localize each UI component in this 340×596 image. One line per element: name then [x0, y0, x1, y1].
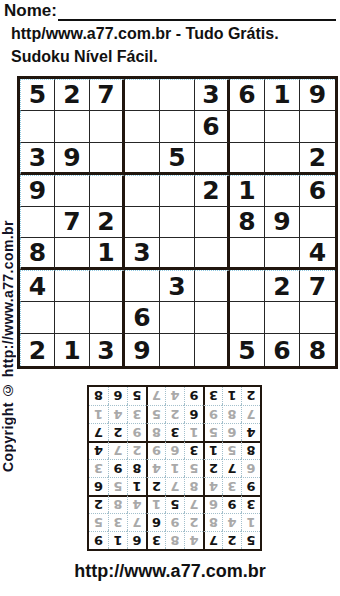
cell-r9c2[interactable]: 1 [55, 334, 90, 366]
solution-cell-r1c6: 3 [146, 531, 165, 549]
cell-r4c7[interactable]: 1 [230, 175, 265, 207]
cell-r4c4[interactable] [125, 175, 160, 207]
cell-r9c4[interactable]: 9 [125, 334, 160, 366]
cell-r6c9[interactable]: 4 [300, 238, 335, 270]
footer-url: http://www.a77.com.br [0, 561, 340, 582]
solution-cell-r7c8: 2 [108, 423, 127, 441]
cell-r3c3[interactable] [90, 143, 125, 175]
cell-r6c2[interactable] [55, 238, 90, 270]
solution-cell-r7c7: 9 [127, 423, 146, 441]
solution-cell-r8c2: 8 [222, 405, 241, 423]
solution-cell-r5c2: 7 [222, 459, 241, 477]
cell-r3c2[interactable]: 9 [55, 143, 90, 175]
cell-r5c8[interactable]: 9 [265, 207, 300, 239]
cell-r7c1[interactable]: 4 [20, 270, 55, 302]
solution-cell-r3c6: 1 [146, 495, 165, 513]
solution-cell-r1c1: 5 [241, 531, 260, 549]
cell-r8c9[interactable] [300, 302, 335, 334]
solution-cell-r7c2: 6 [222, 423, 241, 441]
solution-cell-r8c3: 9 [203, 405, 222, 423]
solution-cell-r9c9: 8 [89, 387, 108, 405]
solution-cell-r5c1: 6 [241, 459, 260, 477]
cell-r2c4[interactable] [125, 111, 160, 143]
solution-cell-r7c9: 7 [89, 423, 108, 441]
solution-cell-r2c8: 3 [108, 513, 127, 531]
difficulty-label: Sudoku Nível Fácil. [11, 48, 158, 66]
solution-cell-r1c5: 8 [165, 531, 184, 549]
solution-cell-r9c4: 9 [184, 387, 203, 405]
solution-cell-r9c7: 5 [127, 387, 146, 405]
cell-r3c8[interactable] [265, 143, 300, 175]
solution-cell-r8c1: 7 [241, 405, 260, 423]
solution-cell-r1c9: 9 [89, 531, 108, 549]
cell-r8c3[interactable] [90, 302, 125, 334]
solution-cell-r3c9: 2 [89, 495, 108, 513]
solution-cell-r7c5: 3 [165, 423, 184, 441]
solution-cell-r2c4: 2 [184, 513, 203, 531]
cell-r6c3[interactable]: 1 [90, 238, 125, 270]
solution-cell-r4c6: 2 [146, 477, 165, 495]
main-grid: 527361963952921672898134432762139568 [17, 76, 338, 369]
cell-r6c5[interactable] [160, 238, 195, 270]
solution-grid: 5274836191482967353967514829348721566725… [87, 385, 262, 551]
cell-r4c5[interactable] [160, 175, 195, 207]
cell-r7c3[interactable] [90, 270, 125, 302]
cell-r6c6[interactable] [195, 238, 230, 270]
solution-cell-r4c7: 1 [127, 477, 146, 495]
cell-r9c6[interactable] [195, 334, 230, 366]
solution-cell-r1c2: 2 [222, 531, 241, 549]
cell-r4c6[interactable]: 2 [195, 175, 230, 207]
solution-cell-r6c7: 2 [127, 441, 146, 459]
cell-r9c7[interactable]: 5 [230, 334, 265, 366]
cell-r2c2[interactable] [55, 111, 90, 143]
solution-cell-r2c7: 7 [127, 513, 146, 531]
cell-r7c9[interactable]: 7 [300, 270, 335, 302]
worksheet-page: Nome: http/www.a77.com.br - Tudo Grátis.… [0, 0, 340, 596]
cell-r6c8[interactable] [265, 238, 300, 270]
solution-cell-r6c3: 1 [203, 441, 222, 459]
cell-r2c9[interactable] [300, 111, 335, 143]
solution-cell-r7c1: 4 [241, 423, 260, 441]
solution-cell-r5c7: 8 [127, 459, 146, 477]
cell-r5c2[interactable]: 7 [55, 207, 90, 239]
solution-cell-r8c6: 5 [146, 405, 165, 423]
cell-r1c8[interactable]: 1 [265, 79, 300, 111]
solution-cell-r8c4: 6 [184, 405, 203, 423]
solution-cell-r9c8: 6 [108, 387, 127, 405]
solution-cell-r8c7: 3 [127, 405, 146, 423]
cell-r9c8[interactable]: 6 [265, 334, 300, 366]
cell-r7c5[interactable]: 3 [160, 270, 195, 302]
cell-r1c6[interactable]: 3 [195, 79, 230, 111]
site-header: http/www.a77.com.br - Tudo Grátis. [11, 25, 279, 43]
solution-cell-r3c5: 5 [165, 495, 184, 513]
cell-r2c1[interactable] [20, 111, 55, 143]
solution-cell-r9c5: 4 [165, 387, 184, 405]
cell-r5c9[interactable] [300, 207, 335, 239]
solution-cell-r2c5: 9 [165, 513, 184, 531]
cell-r5c5[interactable] [160, 207, 195, 239]
cell-r1c3[interactable]: 7 [90, 79, 125, 111]
cell-r3c7[interactable] [230, 143, 265, 175]
solution-cell-r9c2: 1 [222, 387, 241, 405]
solution-cell-r3c8: 8 [108, 495, 127, 513]
cell-r7c7[interactable] [230, 270, 265, 302]
solution-cell-r6c8: 7 [108, 441, 127, 459]
cell-r3c5[interactable]: 5 [160, 143, 195, 175]
solution-cell-r1c7: 6 [127, 531, 146, 549]
cell-r9c3[interactable]: 3 [90, 334, 125, 366]
cell-r3c1[interactable]: 3 [20, 143, 55, 175]
solution-cell-r3c2: 9 [222, 495, 241, 513]
solution-cell-r5c8: 9 [108, 459, 127, 477]
solution-cell-r1c4: 4 [184, 531, 203, 549]
solution-cell-r3c7: 4 [127, 495, 146, 513]
solution-cell-r8c5: 2 [165, 405, 184, 423]
solution-cell-r6c1: 8 [241, 441, 260, 459]
solution-cell-r4c8: 5 [108, 477, 127, 495]
solution-cell-r9c6: 7 [146, 387, 165, 405]
solution-cell-r1c3: 7 [203, 531, 222, 549]
cell-r6c7[interactable] [230, 238, 265, 270]
cell-r5c4[interactable] [125, 207, 160, 239]
copyright-vertical-text: Copyright © http://www.a77.com.br [0, 80, 17, 472]
solution-cell-r1c8: 1 [108, 531, 127, 549]
cell-r4c9[interactable]: 6 [300, 175, 335, 207]
solution-cell-r9c3: 3 [203, 387, 222, 405]
cell-r5c6[interactable] [195, 207, 230, 239]
cell-r3c9[interactable]: 2 [300, 143, 335, 175]
solution-cell-r8c9: 1 [89, 405, 108, 423]
cell-r6c4[interactable]: 3 [125, 238, 160, 270]
solution-cell-r4c5: 7 [165, 477, 184, 495]
solution-cell-r3c3: 6 [203, 495, 222, 513]
solution-cell-r6c2: 5 [222, 441, 241, 459]
cell-r7c6[interactable] [195, 270, 230, 302]
cell-r4c3[interactable] [90, 175, 125, 207]
cell-r1c1[interactable]: 5 [20, 79, 55, 111]
solution-cell-r6c4: 3 [184, 441, 203, 459]
cell-r1c7[interactable]: 6 [230, 79, 265, 111]
cell-r9c1[interactable]: 2 [20, 334, 55, 366]
cell-r2c8[interactable] [265, 111, 300, 143]
cell-r7c8[interactable]: 2 [265, 270, 300, 302]
cell-r1c4[interactable] [125, 79, 160, 111]
solution-cell-r4c1: 9 [241, 477, 260, 495]
cell-r8c8[interactable] [265, 302, 300, 334]
cell-r1c5[interactable] [160, 79, 195, 111]
solution-cell-r7c4: 1 [184, 423, 203, 441]
cell-r8c7[interactable] [230, 302, 265, 334]
cell-r8c4[interactable]: 6 [125, 302, 160, 334]
solution-cell-r6c5: 6 [165, 441, 184, 459]
solution-cell-r2c3: 8 [203, 513, 222, 531]
solution-cell-r3c1: 3 [241, 495, 260, 513]
cell-r4c1[interactable]: 9 [20, 175, 55, 207]
cell-r9c9[interactable]: 8 [300, 334, 335, 366]
solution-cell-r2c9: 5 [89, 513, 108, 531]
cell-r7c2[interactable] [55, 270, 90, 302]
solution-cell-r5c4: 5 [184, 459, 203, 477]
cell-r1c2[interactable]: 2 [55, 79, 90, 111]
cell-r5c1[interactable] [20, 207, 55, 239]
cell-r2c7[interactable] [230, 111, 265, 143]
solution-cell-r6c9: 4 [89, 441, 108, 459]
cell-r8c1[interactable] [20, 302, 55, 334]
cell-r2c3[interactable] [90, 111, 125, 143]
cell-r5c3[interactable]: 2 [90, 207, 125, 239]
cell-r3c4[interactable] [125, 143, 160, 175]
solution-cell-r7c6: 8 [146, 423, 165, 441]
cell-r4c2[interactable] [55, 175, 90, 207]
cell-r4c8[interactable] [265, 175, 300, 207]
solution-cell-r5c3: 2 [203, 459, 222, 477]
solution-cell-r3c4: 7 [184, 495, 203, 513]
solution-cell-r4c2: 3 [222, 477, 241, 495]
solution-cell-r5c9: 3 [89, 459, 108, 477]
solution-cell-r5c6: 4 [146, 459, 165, 477]
cell-r9c5[interactable] [160, 334, 195, 366]
cell-r6c1[interactable]: 8 [20, 238, 55, 270]
solution-cell-r7c3: 5 [203, 423, 222, 441]
solution-cell-r2c1: 1 [241, 513, 260, 531]
solution-cell-r2c6: 6 [146, 513, 165, 531]
cell-r2c6[interactable]: 6 [195, 111, 230, 143]
cell-r2c5[interactable] [160, 111, 195, 143]
name-label: Nome: [4, 1, 57, 21]
cell-r7c4[interactable] [125, 270, 160, 302]
cell-r8c6[interactable] [195, 302, 230, 334]
name-input-line[interactable] [58, 19, 336, 21]
solution-cell-r6c6: 9 [146, 441, 165, 459]
solution-cell-r8c8: 4 [108, 405, 127, 423]
solution-cell-r9c1: 2 [241, 387, 260, 405]
solution-cell-r4c9: 6 [89, 477, 108, 495]
solution-cell-r4c4: 8 [184, 477, 203, 495]
solution-cell-r5c5: 1 [165, 459, 184, 477]
solution-cell-r4c3: 4 [203, 477, 222, 495]
cell-r8c2[interactable] [55, 302, 90, 334]
cell-r5c7[interactable]: 8 [230, 207, 265, 239]
cell-r3c6[interactable] [195, 143, 230, 175]
cell-r1c9[interactable]: 9 [300, 79, 335, 111]
solution-cell-r2c2: 4 [222, 513, 241, 531]
cell-r8c5[interactable] [160, 302, 195, 334]
